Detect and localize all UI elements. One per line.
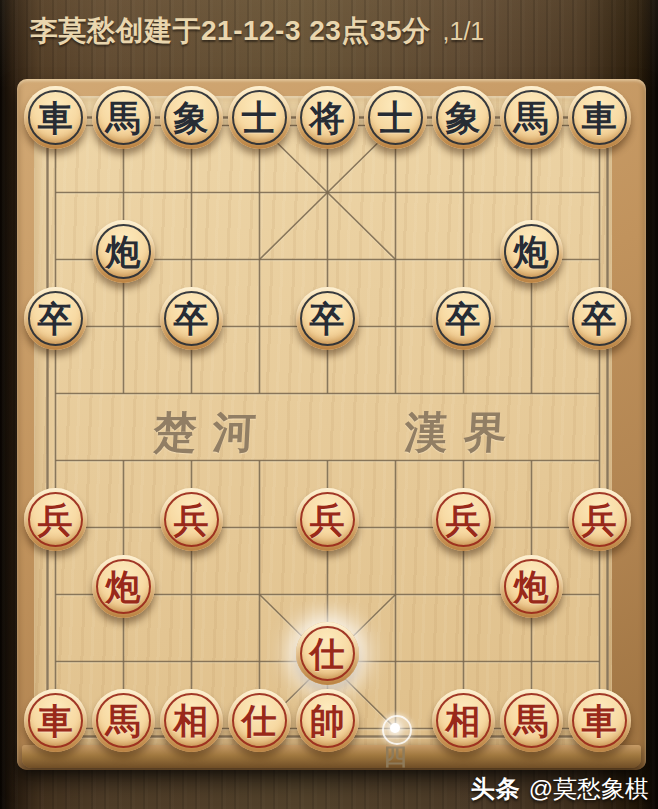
piece-glyph: 炮 [92,555,155,618]
piece-red-cannon[interactable]: 炮 [92,555,155,618]
page-title: 李莫愁创建于21-12-3 23点35分 [30,15,431,46]
piece-glyph: 炮 [500,555,563,618]
piece-red-soldier[interactable]: 兵 [432,488,495,551]
river-label-chu-he: 楚河 [137,404,274,456]
piece-red-general[interactable]: 帥 [296,689,359,752]
piece-red-advisor[interactable]: 仕 [228,689,291,752]
app-screen: 李莫愁创建于21-12-3 23点35分,1/1 楚河 漢界 四 車馬象士将士象… [0,0,658,809]
piece-glyph: 相 [160,689,223,752]
watermark: 头条@莫愁象棋 [471,773,649,805]
piece-black-cannon[interactable]: 炮 [500,220,563,283]
toutiao-logo: 头条 [471,775,521,802]
piece-black-soldier[interactable]: 卒 [160,287,223,350]
piece-glyph: 帥 [296,689,359,752]
piece-black-elephant[interactable]: 象 [160,86,223,149]
piece-glyph: 馬 [92,86,155,149]
piece-glyph: 卒 [432,287,495,350]
piece-glyph: 兵 [568,488,631,551]
piece-glyph: 車 [568,689,631,752]
piece-glyph: 車 [24,86,87,149]
piece-glyph: 炮 [92,220,155,283]
piece-glyph: 卒 [296,287,359,350]
piece-black-chariot[interactable]: 車 [568,86,631,149]
piece-glyph: 卒 [24,287,87,350]
piece-glyph: 兵 [24,488,87,551]
piece-red-horse[interactable]: 馬 [92,689,155,752]
piece-glyph: 象 [432,86,495,149]
piece-red-horse[interactable]: 馬 [500,689,563,752]
piece-glyph: 卒 [160,287,223,350]
piece-glyph: 馬 [500,86,563,149]
piece-red-elephant[interactable]: 相 [160,689,223,752]
piece-glyph: 将 [296,86,359,149]
piece-glyph: 兵 [296,488,359,551]
piece-glyph: 士 [364,86,427,149]
piece-red-cannon[interactable]: 炮 [500,555,563,618]
river-label-han-jie: 漢界 [385,404,528,456]
origin-marker-dot [390,723,400,733]
piece-black-chariot[interactable]: 車 [24,86,87,149]
piece-black-soldier[interactable]: 卒 [24,287,87,350]
piece-glyph: 車 [24,689,87,752]
piece-red-soldier[interactable]: 兵 [568,488,631,551]
piece-black-advisor[interactable]: 士 [228,86,291,149]
watermark-handle: @莫愁象棋 [529,775,649,802]
piece-black-elephant[interactable]: 象 [432,86,495,149]
piece-black-soldier[interactable]: 卒 [432,287,495,350]
piece-glyph: 相 [432,689,495,752]
piece-red-elephant[interactable]: 相 [432,689,495,752]
piece-black-cannon[interactable]: 炮 [92,220,155,283]
piece-red-chariot[interactable]: 車 [568,689,631,752]
header: 李莫愁创建于21-12-3 23点35分,1/1 [30,12,484,50]
piece-glyph: 卒 [568,287,631,350]
piece-glyph: 炮 [500,220,563,283]
piece-black-horse[interactable]: 馬 [92,86,155,149]
piece-glyph: 兵 [432,488,495,551]
piece-black-advisor[interactable]: 士 [364,86,427,149]
piece-glyph: 車 [568,86,631,149]
piece-glyph: 馬 [500,689,563,752]
piece-red-soldier[interactable]: 兵 [24,488,87,551]
piece-glyph: 仕 [296,622,359,685]
piece-glyph: 兵 [160,488,223,551]
piece-glyph: 士 [228,86,291,149]
piece-red-soldier[interactable]: 兵 [296,488,359,551]
piece-glyph: 象 [160,86,223,149]
piece-red-chariot[interactable]: 車 [24,689,87,752]
piece-black-general[interactable]: 将 [296,86,359,149]
piece-black-horse[interactable]: 馬 [500,86,563,149]
piece-red-soldier[interactable]: 兵 [160,488,223,551]
file-label-four: 四 [373,741,417,772]
piece-black-soldier[interactable]: 卒 [568,287,631,350]
piece-black-soldier[interactable]: 卒 [296,287,359,350]
piece-glyph: 仕 [228,689,291,752]
piece-glyph: 馬 [92,689,155,752]
page-indicator: ,1/1 [443,17,485,45]
piece-red-advisor[interactable]: 仕 [296,622,359,685]
